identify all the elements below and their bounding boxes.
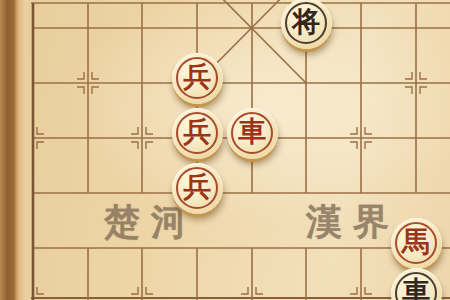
piece-glyph: 車 — [391, 268, 442, 300]
red-horse[interactable]: 馬 — [391, 218, 442, 269]
piece-glyph: 兵 — [172, 163, 223, 214]
piece-glyph: 車 — [227, 108, 278, 159]
black-general[interactable]: 将 — [281, 0, 332, 49]
red-chariot[interactable]: 車 — [227, 108, 278, 159]
red-soldier[interactable]: 兵 — [172, 108, 223, 159]
piece-glyph: 馬 — [391, 218, 442, 269]
black-chariot[interactable]: 車 — [391, 268, 442, 300]
red-soldier[interactable]: 兵 — [172, 53, 223, 104]
piece-glyph: 兵 — [172, 53, 223, 104]
piece-glyph: 兵 — [172, 108, 223, 159]
xiangqi-board: 楚河 漢界 将兵兵車兵馬車 — [0, 0, 450, 300]
pieces-layer: 将兵兵車兵馬車 — [0, 0, 450, 300]
red-soldier[interactable]: 兵 — [172, 163, 223, 214]
piece-glyph: 将 — [281, 0, 332, 49]
